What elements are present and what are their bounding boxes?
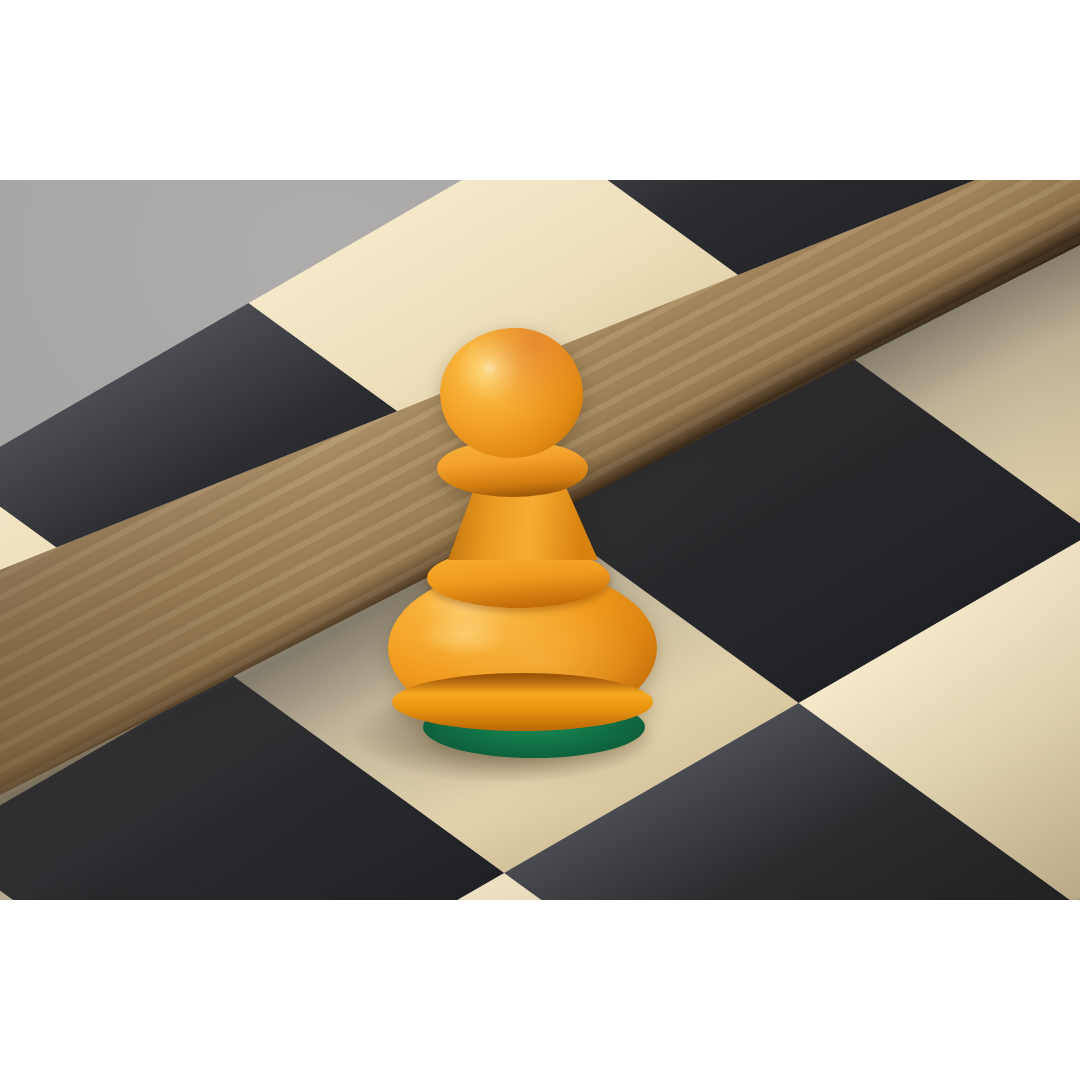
letterbox-band-top (0, 0, 1080, 180)
pawn-ball-finial (436, 323, 588, 463)
photo-frame (0, 180, 1080, 900)
product-photo-canvas (0, 0, 1080, 1080)
pawn-base-ring (392, 673, 653, 731)
letterbox-band-bottom (0, 900, 1080, 1080)
white-pawn (388, 328, 657, 788)
